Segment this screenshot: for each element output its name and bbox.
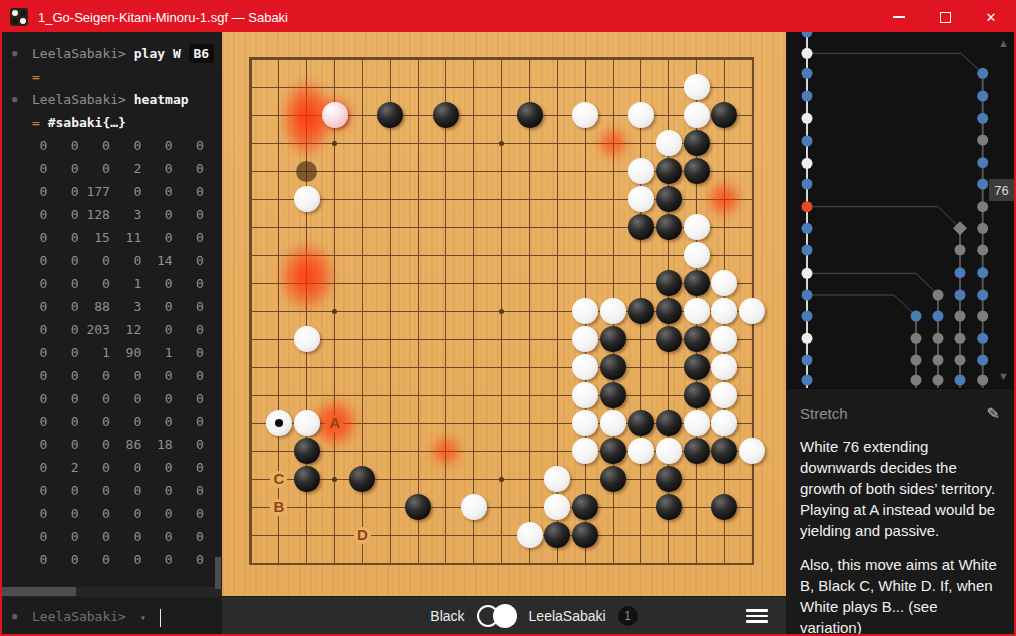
ghost-stone[interactable]	[296, 161, 317, 182]
stone-white[interactable]	[322, 102, 348, 128]
stone-white[interactable]	[684, 214, 710, 240]
star-point	[499, 309, 504, 314]
stone-white[interactable]	[628, 438, 654, 464]
console-response: = #sabaki{…}	[2, 111, 222, 134]
stone-black[interactable]	[684, 270, 710, 296]
console-entry: ●LeelaSabaki> play W B6	[2, 42, 222, 65]
window-controls: ✕	[876, 2, 1014, 32]
stone-black[interactable]	[294, 466, 320, 492]
entry-bullet-icon: ●	[12, 42, 17, 65]
stone-black[interactable]	[656, 214, 682, 240]
stone-black[interactable]	[684, 382, 710, 408]
stone-white[interactable]	[684, 242, 710, 268]
move-annotation-title: Stretch	[800, 405, 848, 422]
stone-white[interactable]	[739, 298, 765, 324]
stone-white[interactable]	[656, 130, 682, 156]
stone-black[interactable]	[656, 186, 682, 212]
player-turn-toggle[interactable]	[477, 604, 517, 628]
board-label-B: B	[269, 497, 289, 517]
stone-black[interactable]	[628, 214, 654, 240]
stone-black[interactable]	[656, 158, 682, 184]
console-h-scrollbar[interactable]	[2, 587, 222, 596]
stone-white[interactable]	[628, 158, 654, 184]
stone-white[interactable]	[517, 522, 543, 548]
stone-white[interactable]	[461, 494, 487, 520]
app-icon	[10, 8, 28, 26]
stone-black[interactable]	[656, 326, 682, 352]
star-point	[499, 477, 504, 482]
stone-white[interactable]	[739, 438, 765, 464]
board-label-C: C	[269, 469, 289, 489]
board-label-D: D	[352, 525, 372, 545]
bottom-toolbar: Black LeelaSabaki 1	[222, 596, 786, 634]
capture-count-badge: 1	[618, 606, 638, 626]
stone-black[interactable]	[684, 438, 710, 464]
sabaki-window: 1_Go-Seigen-Kitani-Minoru-1.sgf — Sabaki…	[0, 0, 1016, 636]
white-stone-icon	[493, 604, 517, 628]
comment-panel: Stretch ✎ White 76 extending downwards d…	[786, 388, 1014, 634]
last-move-marker	[275, 419, 283, 427]
stone-black[interactable]	[656, 410, 682, 436]
gtp-console-panel: ●LeelaSabaki> play W B6 = ●LeelaSabaki> …	[2, 32, 222, 634]
maximize-button[interactable]	[922, 2, 968, 32]
stone-black[interactable]	[684, 158, 710, 184]
star-point	[499, 141, 504, 146]
input-prompt: LeelaSabaki>	[32, 609, 126, 624]
stone-white[interactable]	[684, 74, 710, 100]
window-title: 1_Go-Seigen-Kitani-Minoru-1.sgf — Sabaki	[38, 10, 288, 25]
edit-comment-icon[interactable]: ✎	[987, 404, 1000, 423]
star-point	[332, 477, 337, 482]
stone-white[interactable]	[294, 186, 320, 212]
tree-scroll-up-icon[interactable]: ▲	[998, 37, 1009, 49]
heat-blob	[424, 429, 468, 473]
console-v-scrollbar[interactable]	[215, 557, 221, 589]
heatmap-matrix: 0 0 0 0 0 0 0 0 0 2 0 0 0 0 177 0 0 0 0 …	[2, 134, 222, 571]
console-input-bar[interactable]: ●LeelaSabaki>▾	[2, 596, 222, 634]
board-label-A: A	[325, 413, 345, 433]
white-player-name[interactable]: LeelaSabaki	[529, 608, 606, 624]
stone-white[interactable]	[684, 298, 710, 324]
stone-white[interactable]	[294, 410, 320, 436]
scrollbar-thumb[interactable]	[2, 587, 76, 596]
stone-black[interactable]	[628, 298, 654, 324]
stone-white[interactable]	[294, 326, 320, 352]
stone-black[interactable]	[684, 326, 710, 352]
input-bullet-icon: ●	[12, 605, 17, 628]
board-column: ABCD Black LeelaSabaki 1	[222, 32, 786, 634]
side-panel: ▲ ▼ 76 Stretch ✎ White 76 extending down…	[786, 32, 1014, 634]
stone-black[interactable]	[517, 102, 543, 128]
console-log: ●LeelaSabaki> play W B6 = ●LeelaSabaki> …	[2, 32, 222, 587]
tree-scroll-down-icon[interactable]: ▼	[998, 370, 1009, 382]
stone-black[interactable]	[656, 466, 682, 492]
stone-white[interactable]	[628, 102, 654, 128]
game-tree[interactable]: ▲ ▼ 76	[786, 32, 1014, 388]
stone-black[interactable]	[656, 494, 682, 520]
black-player-name[interactable]: Black	[430, 608, 464, 624]
stone-black[interactable]	[684, 354, 710, 380]
comment-paragraph: White 76 extending downwards decides the…	[800, 436, 1000, 541]
vertex-badge[interactable]: B6	[189, 44, 215, 63]
minimize-button[interactable]	[876, 2, 922, 32]
stone-black[interactable]	[628, 410, 654, 436]
stone-white[interactable]	[628, 186, 654, 212]
goban[interactable]: ABCD	[222, 32, 786, 596]
heat-blob	[268, 229, 346, 324]
console-entry: ●LeelaSabaki> heatmap	[2, 88, 222, 111]
comment-paragraph: Also, this move aims at White B, Black C…	[800, 554, 1000, 634]
stone-black[interactable]	[656, 270, 682, 296]
stone-white[interactable]	[656, 438, 682, 464]
entry-bullet-icon: ●	[12, 88, 17, 111]
stone-white[interactable]	[266, 410, 292, 436]
close-button[interactable]: ✕	[968, 2, 1014, 32]
title-bar: 1_Go-Seigen-Kitani-Minoru-1.sgf — Sabaki…	[2, 2, 1014, 32]
engine-dropdown-caret[interactable]: ▾	[140, 612, 146, 623]
menu-button[interactable]	[746, 605, 768, 627]
stone-black[interactable]	[656, 298, 682, 324]
game-tree-svg[interactable]	[786, 32, 1014, 388]
stone-black[interactable]	[294, 438, 320, 464]
console-response: =	[2, 65, 222, 88]
stone-white[interactable]	[684, 102, 710, 128]
stone-black[interactable]	[684, 130, 710, 156]
text-cursor[interactable]	[160, 609, 162, 627]
move-number-badge: 76	[989, 179, 1014, 201]
stone-white[interactable]	[684, 410, 710, 436]
